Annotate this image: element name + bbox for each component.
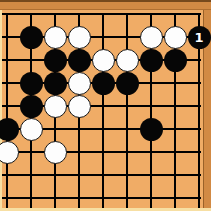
stone-white xyxy=(164,26,187,49)
stone-white xyxy=(140,26,163,49)
stone-white xyxy=(92,49,115,72)
grid-line-vertical xyxy=(102,13,104,211)
bottom-edge-highlight xyxy=(0,208,211,211)
stone-black xyxy=(116,72,139,95)
stone-black xyxy=(140,118,163,141)
stone-black xyxy=(20,26,43,49)
left-edge-highlight xyxy=(0,10,2,211)
stone-white xyxy=(68,26,91,49)
stone-white xyxy=(116,49,139,72)
stone-black xyxy=(20,95,43,118)
stone-black xyxy=(44,72,67,95)
stone-white xyxy=(0,141,19,164)
board-top-wood-border xyxy=(0,0,211,10)
stone-white xyxy=(44,26,67,49)
grid-line-vertical xyxy=(126,13,128,211)
stone-white xyxy=(68,72,91,95)
stone-black xyxy=(0,118,19,141)
stone-white xyxy=(68,95,91,118)
move-number-label: 1 xyxy=(194,31,203,44)
grid-line-vertical xyxy=(6,13,8,211)
go-board-diagram: 1 xyxy=(0,0,211,211)
stone-black xyxy=(20,72,43,95)
stone-black xyxy=(164,49,187,72)
stone-black xyxy=(44,49,67,72)
stone-black-move-1: 1 xyxy=(188,26,211,49)
stone-white xyxy=(44,141,67,164)
stone-black xyxy=(68,49,91,72)
stone-black xyxy=(92,72,115,95)
stone-black xyxy=(140,49,163,72)
stone-white xyxy=(44,95,67,118)
stone-white xyxy=(20,118,43,141)
